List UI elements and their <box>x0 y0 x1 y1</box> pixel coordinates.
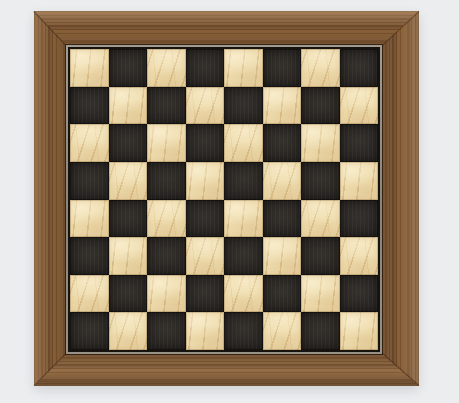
square-b2[interactable] <box>109 275 148 313</box>
square-e5[interactable] <box>224 162 263 200</box>
square-f2[interactable] <box>263 275 302 313</box>
square-e1[interactable] <box>224 312 263 350</box>
square-b3[interactable] <box>109 237 148 275</box>
square-e3[interactable] <box>224 237 263 275</box>
square-d8[interactable] <box>186 49 225 87</box>
square-d6[interactable] <box>186 124 225 162</box>
square-g4[interactable] <box>301 200 340 238</box>
square-f3[interactable] <box>263 237 302 275</box>
square-d1[interactable] <box>186 312 225 350</box>
square-d3[interactable] <box>186 237 225 275</box>
square-h8[interactable] <box>340 49 379 87</box>
square-b5[interactable] <box>109 162 148 200</box>
square-c8[interactable] <box>147 49 186 87</box>
square-a8[interactable] <box>70 49 109 87</box>
square-a7[interactable] <box>70 87 109 125</box>
square-g7[interactable] <box>301 87 340 125</box>
square-e7[interactable] <box>224 87 263 125</box>
square-b4[interactable] <box>109 200 148 238</box>
frame-bottom-rail <box>34 350 419 386</box>
square-b6[interactable] <box>109 124 148 162</box>
square-h2[interactable] <box>340 275 379 313</box>
square-d5[interactable] <box>186 162 225 200</box>
square-a6[interactable] <box>70 124 109 162</box>
square-a3[interactable] <box>70 237 109 275</box>
square-a2[interactable] <box>70 275 109 313</box>
square-c4[interactable] <box>147 200 186 238</box>
square-c3[interactable] <box>147 237 186 275</box>
frame-top-rail <box>34 11 419 49</box>
square-e2[interactable] <box>224 275 263 313</box>
square-f1[interactable] <box>263 312 302 350</box>
square-f5[interactable] <box>263 162 302 200</box>
square-c6[interactable] <box>147 124 186 162</box>
square-g1[interactable] <box>301 312 340 350</box>
square-e4[interactable] <box>224 200 263 238</box>
square-c1[interactable] <box>147 312 186 350</box>
square-c7[interactable] <box>147 87 186 125</box>
square-a5[interactable] <box>70 162 109 200</box>
square-g8[interactable] <box>301 49 340 87</box>
chess-board <box>70 49 378 350</box>
square-b1[interactable] <box>109 312 148 350</box>
square-e8[interactable] <box>224 49 263 87</box>
product-photo-stage <box>0 0 459 403</box>
square-d4[interactable] <box>186 200 225 238</box>
square-f7[interactable] <box>263 87 302 125</box>
square-d2[interactable] <box>186 275 225 313</box>
square-h1[interactable] <box>340 312 379 350</box>
square-f8[interactable] <box>263 49 302 87</box>
square-g2[interactable] <box>301 275 340 313</box>
square-h7[interactable] <box>340 87 379 125</box>
square-h6[interactable] <box>340 124 379 162</box>
square-h5[interactable] <box>340 162 379 200</box>
frame-right-rail <box>378 11 419 386</box>
square-c5[interactable] <box>147 162 186 200</box>
square-a4[interactable] <box>70 200 109 238</box>
square-g5[interactable] <box>301 162 340 200</box>
square-b8[interactable] <box>109 49 148 87</box>
square-e6[interactable] <box>224 124 263 162</box>
frame-left-rail <box>34 11 70 386</box>
board-frame <box>34 11 419 386</box>
square-g3[interactable] <box>301 237 340 275</box>
square-d7[interactable] <box>186 87 225 125</box>
square-c2[interactable] <box>147 275 186 313</box>
square-h3[interactable] <box>340 237 379 275</box>
square-h4[interactable] <box>340 200 379 238</box>
square-a1[interactable] <box>70 312 109 350</box>
square-b7[interactable] <box>109 87 148 125</box>
square-g6[interactable] <box>301 124 340 162</box>
square-f6[interactable] <box>263 124 302 162</box>
square-f4[interactable] <box>263 200 302 238</box>
